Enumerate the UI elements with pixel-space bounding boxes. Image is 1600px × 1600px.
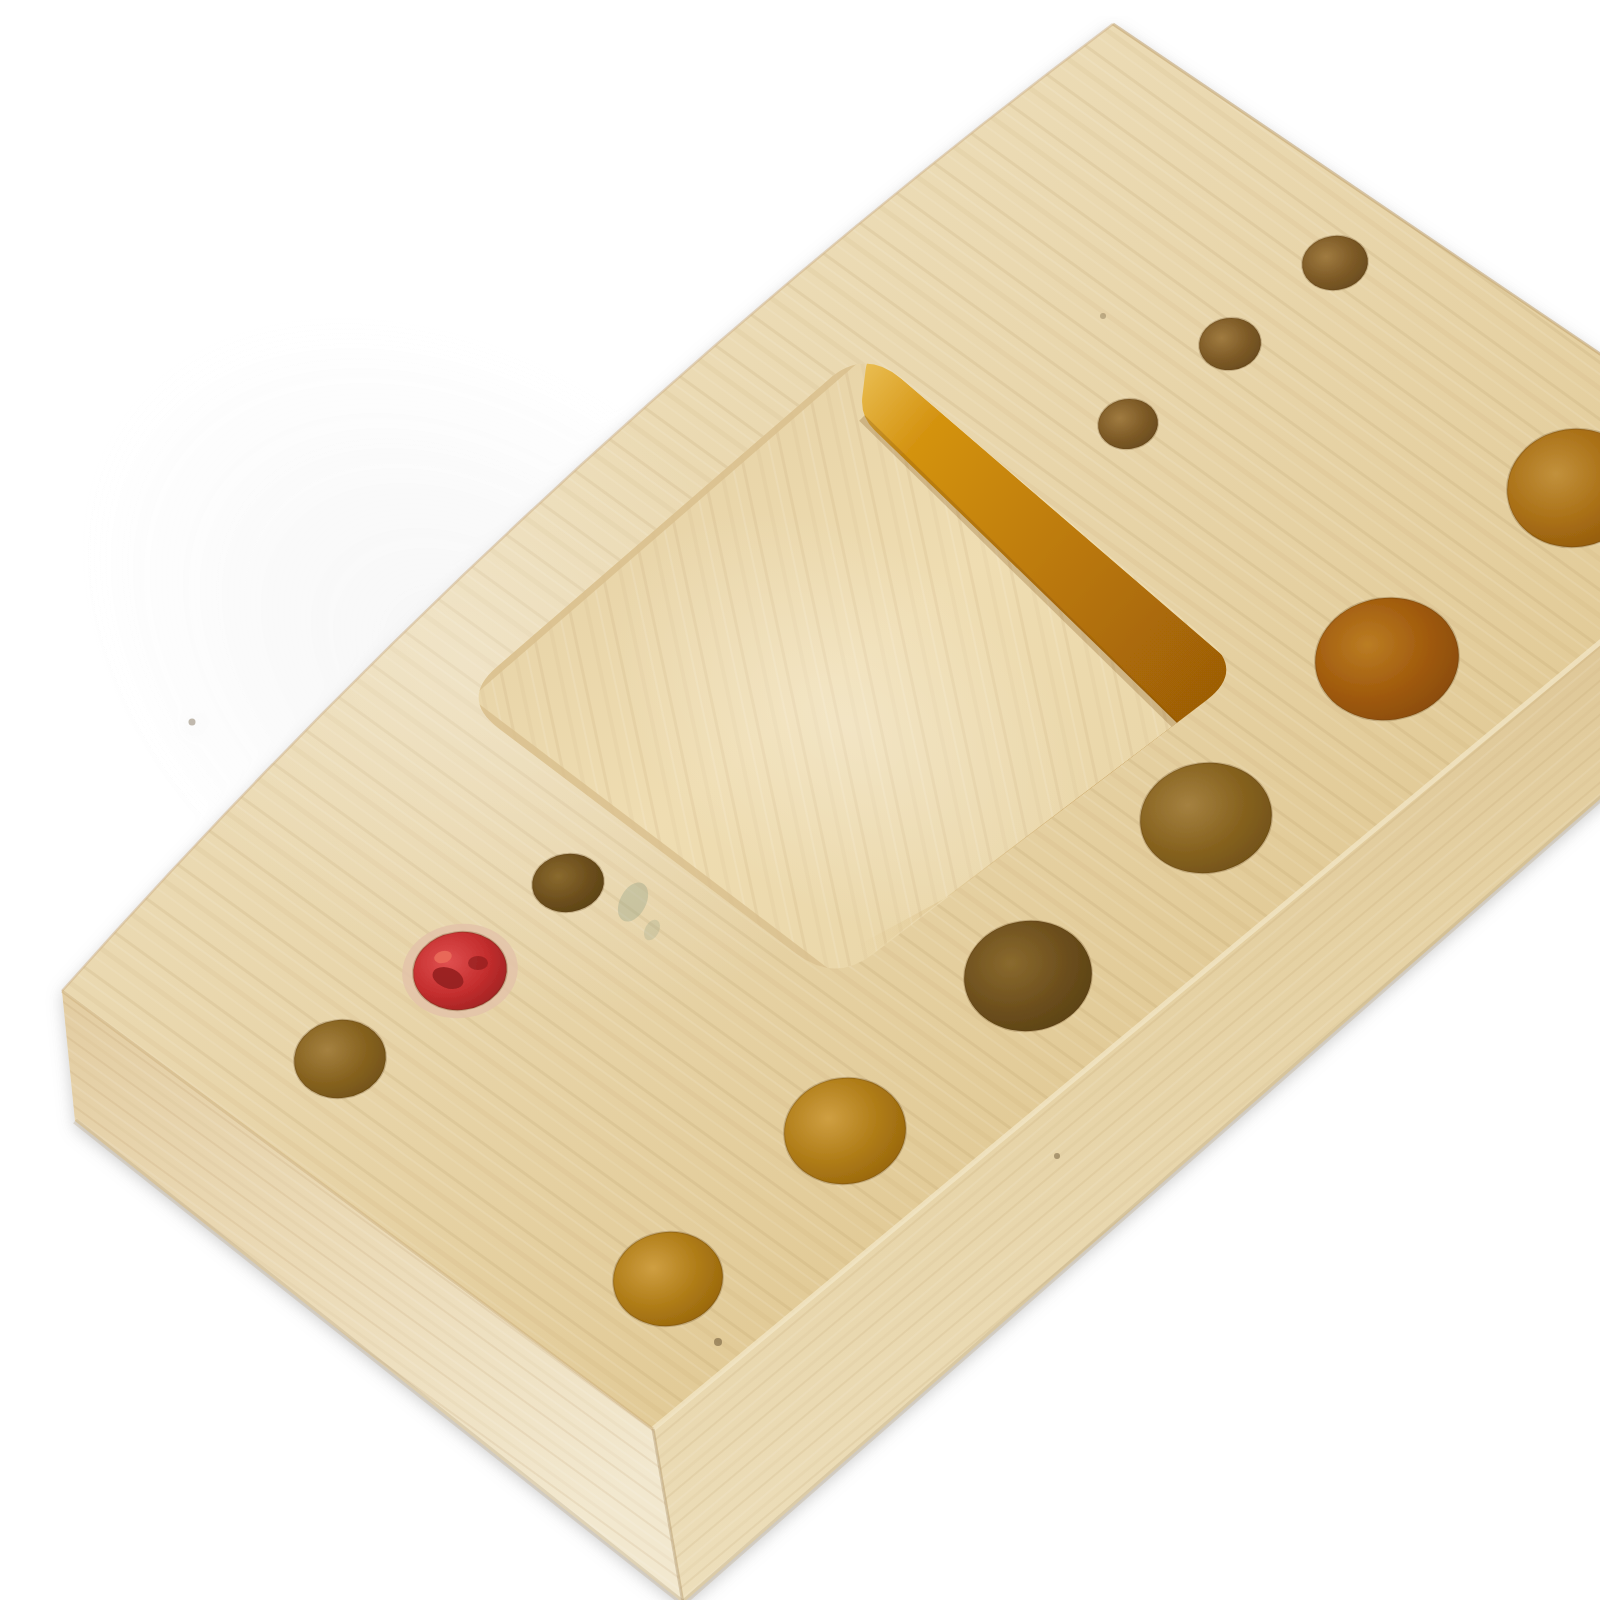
wooden-board (40, 16, 1600, 1600)
board-group (40, 24, 1600, 1600)
wood-blemish (714, 1338, 722, 1346)
wood-blemish (1100, 313, 1106, 319)
wood-blemish (1054, 1153, 1060, 1159)
board-svg (40, 16, 1600, 1600)
product-photo (40, 16, 1600, 1600)
red-paint-patch (468, 956, 488, 970)
wood-blemish (189, 719, 196, 726)
